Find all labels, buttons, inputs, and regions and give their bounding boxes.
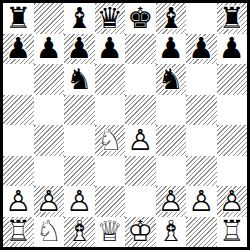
square-e1[interactable]: ♚♔ (125, 217, 156, 248)
square-e5[interactable] (125, 95, 156, 126)
square-g1[interactable] (186, 217, 217, 248)
square-d3[interactable] (95, 156, 126, 187)
square-h2[interactable]: ♟♙ (217, 186, 248, 217)
square-e2[interactable] (125, 186, 156, 217)
square-c1[interactable]: ♝♗ (64, 217, 95, 248)
square-d1[interactable]: ♛♕ (95, 217, 126, 248)
black-rook[interactable]: ♜ (217, 3, 248, 34)
white-queen[interactable]: ♕ (95, 217, 126, 248)
white-knight[interactable]: ♘ (34, 217, 65, 248)
square-h7[interactable]: ♟ (217, 34, 248, 65)
square-g8[interactable] (186, 3, 217, 34)
square-a8[interactable]: ♜ (3, 3, 34, 34)
square-c8[interactable]: ♝ (64, 3, 95, 34)
black-pawn[interactable]: ♟ (64, 34, 95, 65)
square-a1[interactable]: ♜♖ (3, 217, 34, 248)
square-f8[interactable]: ♝ (156, 3, 187, 34)
white-bishop[interactable]: ♗ (64, 217, 95, 248)
square-g7[interactable]: ♟ (186, 34, 217, 65)
white-pawn[interactable]: ♙ (156, 186, 187, 217)
square-e7[interactable] (125, 34, 156, 65)
square-e4[interactable]: ♟♙ (125, 125, 156, 156)
white-bishop[interactable]: ♗ (156, 217, 187, 248)
square-d5[interactable] (95, 95, 126, 126)
square-c6[interactable]: ♞ (64, 64, 95, 95)
square-b5[interactable] (34, 95, 65, 126)
square-d6[interactable] (95, 64, 126, 95)
white-pawn[interactable]: ♙ (125, 125, 156, 156)
square-e8[interactable]: ♚ (125, 3, 156, 34)
black-king[interactable]: ♚ (125, 3, 156, 34)
square-g5[interactable] (186, 95, 217, 126)
square-d4[interactable]: ♞♘ (95, 125, 126, 156)
white-king[interactable]: ♔ (125, 217, 156, 248)
square-c2[interactable]: ♟♙ (64, 186, 95, 217)
white-rook[interactable]: ♖ (3, 217, 34, 248)
square-f7[interactable]: ♟ (156, 34, 187, 65)
black-bishop[interactable]: ♝ (64, 3, 95, 34)
square-c7[interactable]: ♟ (64, 34, 95, 65)
square-a5[interactable] (3, 95, 34, 126)
square-b4[interactable] (34, 125, 65, 156)
square-a7[interactable]: ♟ (3, 34, 34, 65)
square-e3[interactable] (125, 156, 156, 187)
square-e6[interactable] (125, 64, 156, 95)
square-d2[interactable] (95, 186, 126, 217)
black-pawn[interactable]: ♟ (156, 34, 187, 65)
square-g3[interactable] (186, 156, 217, 187)
square-b7[interactable]: ♟ (34, 34, 65, 65)
black-knight[interactable]: ♞ (64, 64, 95, 95)
white-pawn[interactable]: ♙ (186, 186, 217, 217)
square-c5[interactable] (64, 95, 95, 126)
square-f3[interactable] (156, 156, 187, 187)
square-d7[interactable]: ♟ (95, 34, 126, 65)
square-f2[interactable]: ♟♙ (156, 186, 187, 217)
black-knight[interactable]: ♞ (156, 64, 187, 95)
square-c4[interactable] (64, 125, 95, 156)
black-bishop[interactable]: ♝ (156, 3, 187, 34)
square-b8[interactable] (34, 3, 65, 34)
white-knight[interactable]: ♘ (95, 125, 126, 156)
square-f1[interactable]: ♝♗ (156, 217, 187, 248)
square-h5[interactable] (217, 95, 248, 126)
square-b2[interactable]: ♟♙ (34, 186, 65, 217)
square-h1[interactable]: ♜♖ (217, 217, 248, 248)
black-pawn[interactable]: ♟ (34, 34, 65, 65)
square-a2[interactable]: ♟♙ (3, 186, 34, 217)
square-g4[interactable] (186, 125, 217, 156)
square-a3[interactable] (3, 156, 34, 187)
white-pawn[interactable]: ♙ (34, 186, 65, 217)
white-pawn[interactable]: ♙ (64, 186, 95, 217)
square-f5[interactable] (156, 95, 187, 126)
square-b1[interactable]: ♞♘ (34, 217, 65, 248)
square-b3[interactable] (34, 156, 65, 187)
square-h6[interactable] (217, 64, 248, 95)
square-d8[interactable]: ♛ (95, 3, 126, 34)
square-b6[interactable] (34, 64, 65, 95)
square-h8[interactable]: ♜ (217, 3, 248, 34)
square-g6[interactable] (186, 64, 217, 95)
square-g2[interactable]: ♟♙ (186, 186, 217, 217)
black-rook[interactable]: ♜ (3, 3, 34, 34)
square-f4[interactable] (156, 125, 187, 156)
black-pawn[interactable]: ♟ (3, 34, 34, 65)
black-pawn[interactable]: ♟ (95, 34, 126, 65)
square-a6[interactable] (3, 64, 34, 95)
square-h3[interactable] (217, 156, 248, 187)
black-pawn[interactable]: ♟ (217, 34, 248, 65)
black-pawn[interactable]: ♟ (186, 34, 217, 65)
black-queen[interactable]: ♛ (95, 3, 126, 34)
white-rook[interactable]: ♖ (217, 217, 248, 248)
white-pawn[interactable]: ♙ (3, 186, 34, 217)
square-c3[interactable] (64, 156, 95, 187)
square-h4[interactable] (217, 125, 248, 156)
chess-board: ♜♝♛♚♝♜♟♟♟♟♟♟♟♞♞♞♘♟♙♟♙♟♙♟♙♟♙♟♙♟♙♜♖♞♘♝♗♛♕♚… (0, 0, 250, 250)
square-a4[interactable] (3, 125, 34, 156)
white-pawn[interactable]: ♙ (217, 186, 248, 217)
square-f6[interactable]: ♞ (156, 64, 187, 95)
